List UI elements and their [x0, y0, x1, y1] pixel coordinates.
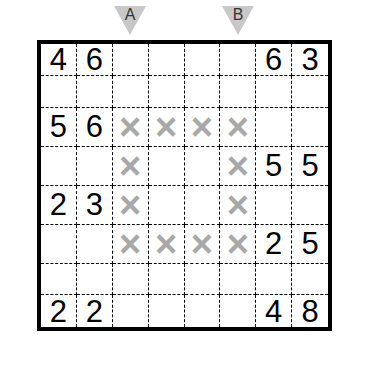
cell-r1c1[interactable]: 4 [41, 44, 77, 76]
board: 466356××××××5523××××××252248 [37, 40, 332, 331]
cell-r8c3[interactable] [113, 295, 149, 327]
cell-r2c7[interactable] [256, 76, 292, 108]
cell-r7c8[interactable] [292, 264, 328, 296]
cell-r5c6[interactable]: × [220, 186, 256, 225]
cell-r2c6[interactable] [220, 76, 256, 108]
clue-number: 6 [265, 44, 282, 75]
cell-r8c8[interactable]: 8 [292, 295, 328, 327]
clue-number: 2 [50, 189, 67, 220]
cell-r1c3[interactable] [113, 44, 149, 76]
x-mark: × [191, 225, 213, 263]
cell-r2c5[interactable] [185, 76, 221, 108]
cell-r7c5[interactable] [185, 264, 221, 296]
cell-r5c4[interactable] [149, 186, 185, 225]
cell-r1c2[interactable]: 6 [77, 44, 113, 76]
cell-r6c7[interactable]: 2 [256, 225, 292, 264]
x-mark: × [227, 147, 249, 185]
cell-r5c3[interactable]: × [113, 186, 149, 225]
clue-number: 5 [50, 111, 67, 142]
cell-r8c5[interactable] [185, 295, 221, 327]
cell-r2c4[interactable] [149, 76, 185, 108]
cell-r3c5[interactable]: × [185, 108, 221, 147]
column-marker-a-label: A [125, 6, 136, 24]
cell-r5c5[interactable] [185, 186, 221, 225]
cell-r7c3[interactable] [113, 264, 149, 296]
cell-r6c1[interactable] [41, 225, 77, 264]
clue-number: 3 [301, 44, 318, 75]
cell-r6c6[interactable]: × [220, 225, 256, 264]
clue-number: 2 [50, 296, 67, 327]
x-mark: × [227, 225, 249, 263]
cell-r3c8[interactable] [292, 108, 328, 147]
cell-r3c6[interactable]: × [220, 108, 256, 147]
puzzle-image: A B 466356××××××5523××××××252248 [0, 0, 371, 372]
clue-number: 5 [301, 228, 318, 259]
clue-number: 5 [265, 150, 282, 181]
x-mark: × [191, 108, 213, 146]
cell-r6c3[interactable]: × [113, 225, 149, 264]
cell-r6c5[interactable]: × [185, 225, 221, 264]
x-mark: × [155, 225, 177, 263]
cell-r4c2[interactable] [77, 147, 113, 186]
cell-r8c6[interactable] [220, 295, 256, 327]
column-marker-b-label: B [233, 6, 244, 24]
x-mark: × [119, 186, 141, 224]
cell-r7c7[interactable] [256, 264, 292, 296]
clue-number: 8 [301, 296, 318, 327]
clue-number: 2 [265, 228, 282, 259]
cell-r4c6[interactable]: × [220, 147, 256, 186]
clue-number: 3 [86, 189, 103, 220]
cell-r4c4[interactable] [149, 147, 185, 186]
cell-r8c2[interactable]: 2 [77, 295, 113, 327]
cell-r8c1[interactable]: 2 [41, 295, 77, 327]
x-mark: × [227, 108, 249, 146]
cell-r7c4[interactable] [149, 264, 185, 296]
cell-r4c8[interactable]: 5 [292, 147, 328, 186]
x-mark: × [119, 108, 141, 146]
cell-r2c1[interactable] [41, 76, 77, 108]
cell-r1c7[interactable]: 6 [256, 44, 292, 76]
x-mark: × [119, 225, 141, 263]
cell-r2c3[interactable] [113, 76, 149, 108]
cell-r8c7[interactable]: 4 [256, 295, 292, 327]
clue-number: 5 [301, 150, 318, 181]
x-mark: × [119, 147, 141, 185]
cell-r8c4[interactable] [149, 295, 185, 327]
clue-number: 2 [86, 296, 103, 327]
cell-r6c4[interactable]: × [149, 225, 185, 264]
cell-r5c2[interactable]: 3 [77, 186, 113, 225]
cell-r5c8[interactable] [292, 186, 328, 225]
column-marker-b: B [222, 6, 254, 35]
cell-r4c7[interactable]: 5 [256, 147, 292, 186]
cell-r5c1[interactable]: 2 [41, 186, 77, 225]
cell-r6c8[interactable]: 5 [292, 225, 328, 264]
clue-number: 6 [86, 44, 103, 75]
clue-number: 6 [86, 111, 103, 142]
cell-r5c7[interactable] [256, 186, 292, 225]
cell-r3c3[interactable]: × [113, 108, 149, 147]
cell-r1c6[interactable] [220, 44, 256, 76]
cell-r3c1[interactable]: 5 [41, 108, 77, 147]
cell-r2c2[interactable] [77, 76, 113, 108]
cell-r1c5[interactable] [185, 44, 221, 76]
x-mark: × [227, 186, 249, 224]
cell-r3c4[interactable]: × [149, 108, 185, 147]
cell-r1c8[interactable]: 3 [292, 44, 328, 76]
cell-r4c5[interactable] [185, 147, 221, 186]
clue-number: 4 [265, 296, 282, 327]
cell-r1c4[interactable] [149, 44, 185, 76]
cell-r7c2[interactable] [77, 264, 113, 296]
x-mark: × [155, 108, 177, 146]
cell-r3c7[interactable] [256, 108, 292, 147]
cell-r7c1[interactable] [41, 264, 77, 296]
column-marker-a: A [114, 6, 146, 35]
cell-r3c2[interactable]: 6 [77, 108, 113, 147]
clue-number: 4 [50, 44, 67, 75]
cell-r2c8[interactable] [292, 76, 328, 108]
cell-r7c6[interactable] [220, 264, 256, 296]
cell-r6c2[interactable] [77, 225, 113, 264]
cell-r4c3[interactable]: × [113, 147, 149, 186]
cell-r4c1[interactable] [41, 147, 77, 186]
